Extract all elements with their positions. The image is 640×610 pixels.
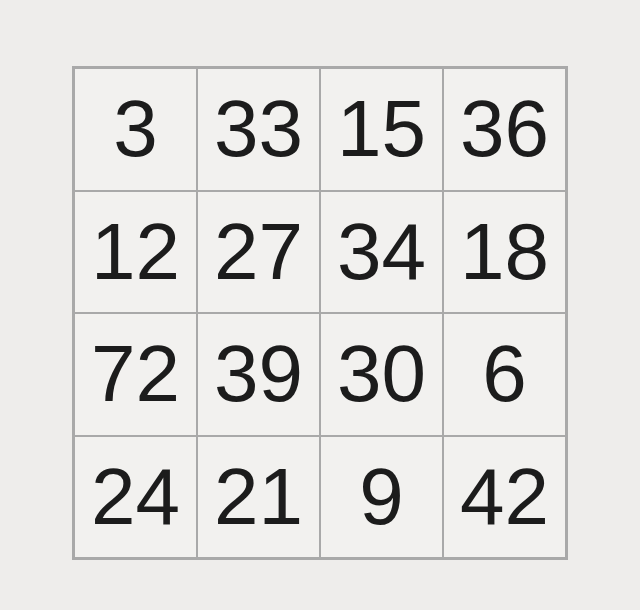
grid-cell-r2c1: 12 bbox=[75, 192, 196, 313]
grid-cell-r3c2: 39 bbox=[198, 314, 319, 435]
grid-cell-r2c3: 34 bbox=[321, 192, 442, 313]
grid-cell-r1c1: 3 bbox=[75, 69, 196, 190]
grid-cell-r2c4: 18 bbox=[444, 192, 565, 313]
grid-cell-r3c4: 6 bbox=[444, 314, 565, 435]
grid-cell-r3c3: 30 bbox=[321, 314, 442, 435]
grid-cell-r4c4: 42 bbox=[444, 437, 565, 558]
grid-cell-r1c2: 33 bbox=[198, 69, 319, 190]
grid-cell-r2c2: 27 bbox=[198, 192, 319, 313]
grid-cell-r4c1: 24 bbox=[75, 437, 196, 558]
grid-cell-r3c1: 72 bbox=[75, 314, 196, 435]
grid-cell-r4c3: 9 bbox=[321, 437, 442, 558]
grid-cell-r4c2: 21 bbox=[198, 437, 319, 558]
puzzle-board: 3 33 15 36 12 27 34 18 72 39 30 6 24 21 … bbox=[72, 66, 568, 560]
grid-cell-r1c3: 15 bbox=[321, 69, 442, 190]
grid-cell-r1c4: 36 bbox=[444, 69, 565, 190]
